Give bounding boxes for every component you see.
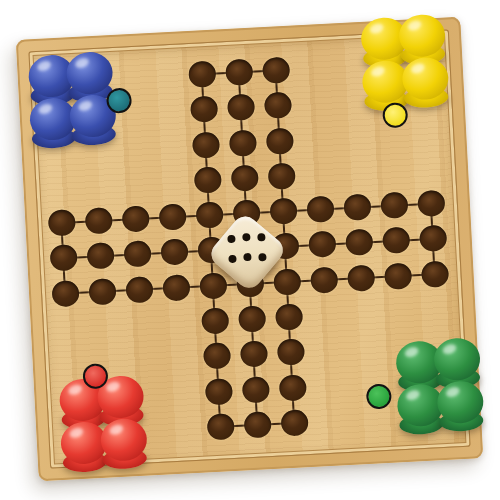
start-marker-yellow [382,102,408,128]
peg-green[interactable] [436,380,485,432]
peg-yellow[interactable] [401,56,450,108]
peg-red[interactable] [100,418,149,470]
start-marker-green [366,383,392,409]
die[interactable] [217,222,278,283]
game-board [16,17,484,482]
start-marker-blue [106,87,132,113]
product-photo [0,0,500,500]
pieces-layer [16,17,484,482]
